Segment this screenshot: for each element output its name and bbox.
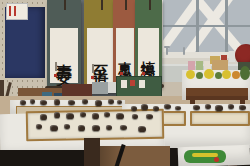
red-dot xyxy=(214,157,219,162)
scroll-paper: 慎獨 xyxy=(138,28,159,81)
exhibit-stone-foreground_tray xyxy=(66,113,74,119)
exhibit-stone-right_tray_b xyxy=(239,105,246,110)
exhibit-stone-foreground_tray xyxy=(132,114,138,119)
scroll-cord xyxy=(64,0,66,10)
exhibit-stone-right_tray_a xyxy=(141,104,148,110)
exhibit-stone-foreground_tray xyxy=(120,125,127,130)
foreground-floor xyxy=(100,146,170,166)
exhibit-stone-back_tray xyxy=(95,100,102,106)
scroll-paper: 壽安 xyxy=(50,28,78,83)
calligraphy-text: 恵風 xyxy=(119,50,132,60)
exhibit-stone-foreground_tray xyxy=(146,114,153,119)
exhibit-stone-back_tray xyxy=(108,99,114,104)
exhibit-stone-foreground_tray xyxy=(92,113,99,119)
exhibit-stone-back_tray xyxy=(30,99,35,104)
window-glass xyxy=(163,0,250,53)
scroll-cord xyxy=(149,0,151,10)
yellow-flower xyxy=(222,70,231,79)
exhibit-stone-foreground_tray xyxy=(92,125,100,131)
banner-label-card xyxy=(6,3,28,20)
exhibit-stone-foreground_tray xyxy=(78,125,85,131)
exhibit-stone-right_tray_b xyxy=(193,105,200,110)
scroll-shindoku: 慎獨 xyxy=(135,0,162,88)
exhibit-stone-foreground_tray xyxy=(104,112,110,117)
exhibit-stone-foreground_tray xyxy=(64,124,70,129)
potted-plant xyxy=(240,66,250,80)
exhibit-stone-foreground_tray xyxy=(50,125,58,131)
window-mullion xyxy=(163,25,250,27)
scroll-paper: 至道 xyxy=(87,28,114,85)
exhibit-stone-right_tray_a xyxy=(153,106,159,111)
seal-stamp xyxy=(91,76,94,79)
exhibit-stone-back_tray xyxy=(82,99,88,104)
exhibit-stone-back_tray xyxy=(40,100,47,105)
signature-mark xyxy=(92,64,94,73)
exhibit-stone-back_tray xyxy=(54,99,60,105)
calligraphy-text: 至道 xyxy=(93,52,109,62)
leaf-cluster xyxy=(215,72,222,79)
notice-card xyxy=(139,80,145,88)
leaf-cluster xyxy=(196,72,203,79)
exhibit-stone-back_tray xyxy=(68,100,75,105)
scroll-paper: 恵風 xyxy=(116,28,134,81)
yellow-flower xyxy=(204,69,214,79)
orange-fruit xyxy=(232,71,240,79)
yellow-flower xyxy=(186,70,195,79)
exhibit-stone-right_tray_a xyxy=(175,106,181,110)
exhibit-stone-right_tray_b xyxy=(228,104,234,109)
seal-stamp xyxy=(120,72,123,75)
seal-stamp xyxy=(54,74,57,77)
exhibit-stone-foreground_tray xyxy=(116,113,124,119)
exhibit-stone-back_tray xyxy=(20,100,26,105)
scroll-juan: 壽安 xyxy=(47,0,81,90)
exhibit-stone-foreground_tray xyxy=(54,112,60,118)
exhibit-stone-right_tray_b xyxy=(205,104,211,109)
exhibit-stone-foreground_tray xyxy=(36,124,42,129)
exhibit-stone-right_tray_a xyxy=(131,106,137,111)
bench-top xyxy=(186,88,248,96)
green-display-item xyxy=(184,150,226,163)
notice-card xyxy=(121,80,127,88)
exhibition-room-photo: 壽安 至道 恵風 慎獨 xyxy=(0,0,250,166)
scroll-cord xyxy=(101,0,103,10)
exhibit-stone-foreground_tray xyxy=(106,125,112,130)
faucet-spout xyxy=(164,46,170,48)
exhibit-stone-right_tray_a xyxy=(164,104,171,109)
signature-mark xyxy=(55,62,57,71)
gray-box xyxy=(92,82,108,94)
calligraphy-text: 慎獨 xyxy=(142,50,156,60)
scroll-keifu: 恵風 xyxy=(113,0,137,88)
seal-stamp xyxy=(142,72,145,75)
stone-display-tray xyxy=(190,111,250,126)
calligraphy-text: 壽安 xyxy=(56,51,72,61)
faucet xyxy=(183,47,185,55)
exhibit-stone-right_tray_b xyxy=(215,105,223,111)
bench-rail xyxy=(186,96,248,100)
table-leg xyxy=(84,138,100,166)
exhibit-stone-foreground_tray xyxy=(138,126,146,132)
exhibit-stone-foreground_tray xyxy=(40,114,47,120)
exhibit-stone-back_tray xyxy=(117,100,122,104)
scroll-cord xyxy=(125,0,127,10)
yellow-band xyxy=(192,153,218,157)
banner-label-text-mark xyxy=(9,6,11,16)
exhibit-stone-foreground_tray xyxy=(80,112,86,117)
notice-card xyxy=(130,80,135,86)
banner-label-text-mark xyxy=(14,6,16,16)
